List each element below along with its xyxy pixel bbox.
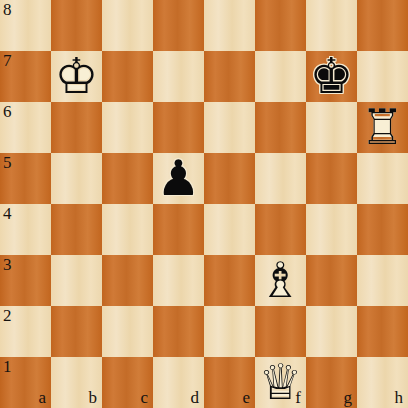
- piece-white-bishop-f3[interactable]: ♝♗: [255, 255, 306, 306]
- square-c5[interactable]: [102, 153, 153, 204]
- square-g5[interactable]: [306, 153, 357, 204]
- square-e7[interactable]: [204, 51, 255, 102]
- square-h2[interactable]: [357, 306, 408, 357]
- square-f6[interactable]: [255, 102, 306, 153]
- square-e5[interactable]: [204, 153, 255, 204]
- square-e3[interactable]: [204, 255, 255, 306]
- square-g2[interactable]: [306, 306, 357, 357]
- square-a3[interactable]: [0, 255, 51, 306]
- square-f5[interactable]: [255, 153, 306, 204]
- square-h1[interactable]: [357, 357, 408, 408]
- square-f2[interactable]: [255, 306, 306, 357]
- square-c4[interactable]: [102, 204, 153, 255]
- piece-black-king-g7[interactable]: ♚: [306, 51, 357, 102]
- piece-white-rook-h6[interactable]: ♜♖: [357, 102, 408, 153]
- square-g3[interactable]: [306, 255, 357, 306]
- square-f7[interactable]: [255, 51, 306, 102]
- square-e4[interactable]: [204, 204, 255, 255]
- chess-board-grid: ♚♔♚♜♖♟♝♗♛♕: [0, 0, 408, 408]
- square-g8[interactable]: [306, 0, 357, 51]
- square-b3[interactable]: [51, 255, 102, 306]
- square-g1[interactable]: [306, 357, 357, 408]
- black-pawn-glyph: ♟: [153, 153, 204, 204]
- square-b6[interactable]: [51, 102, 102, 153]
- square-f8[interactable]: [255, 0, 306, 51]
- square-h6[interactable]: ♜♖: [357, 102, 408, 153]
- square-h5[interactable]: [357, 153, 408, 204]
- square-a6[interactable]: [0, 102, 51, 153]
- white-queen-glyph-fill: ♛: [255, 357, 306, 408]
- black-king-glyph: ♚: [306, 51, 357, 102]
- square-d7[interactable]: [153, 51, 204, 102]
- white-rook-glyph-fill: ♜: [357, 102, 408, 153]
- square-a1[interactable]: [0, 357, 51, 408]
- square-d1[interactable]: [153, 357, 204, 408]
- piece-white-king-b7[interactable]: ♚♔: [51, 51, 102, 102]
- square-d8[interactable]: [153, 0, 204, 51]
- square-b4[interactable]: [51, 204, 102, 255]
- square-b1[interactable]: [51, 357, 102, 408]
- square-d3[interactable]: [153, 255, 204, 306]
- square-f3[interactable]: ♝♗: [255, 255, 306, 306]
- square-a7[interactable]: [0, 51, 51, 102]
- white-bishop-glyph-fill: ♝: [255, 255, 306, 306]
- square-e1[interactable]: [204, 357, 255, 408]
- chess-board: ♚♔♚♜♖♟♝♗♛♕ 87654321abcdefgh: [0, 0, 408, 408]
- square-b5[interactable]: [51, 153, 102, 204]
- white-king-glyph-fill: ♚: [51, 51, 102, 102]
- square-c3[interactable]: [102, 255, 153, 306]
- square-h7[interactable]: [357, 51, 408, 102]
- square-c6[interactable]: [102, 102, 153, 153]
- white-bishop-glyph-outline: ♗: [255, 255, 306, 306]
- square-d5[interactable]: ♟: [153, 153, 204, 204]
- square-h3[interactable]: [357, 255, 408, 306]
- square-c2[interactable]: [102, 306, 153, 357]
- white-queen-glyph-outline: ♕: [255, 357, 306, 408]
- square-g7[interactable]: ♚: [306, 51, 357, 102]
- piece-black-pawn-d5[interactable]: ♟: [153, 153, 204, 204]
- piece-white-queen-f1[interactable]: ♛♕: [255, 357, 306, 408]
- square-c8[interactable]: [102, 0, 153, 51]
- square-d4[interactable]: [153, 204, 204, 255]
- square-a2[interactable]: [0, 306, 51, 357]
- square-b7[interactable]: ♚♔: [51, 51, 102, 102]
- square-h4[interactable]: [357, 204, 408, 255]
- square-c1[interactable]: [102, 357, 153, 408]
- square-h8[interactable]: [357, 0, 408, 51]
- square-b8[interactable]: [51, 0, 102, 51]
- square-e2[interactable]: [204, 306, 255, 357]
- square-e8[interactable]: [204, 0, 255, 51]
- square-d2[interactable]: [153, 306, 204, 357]
- square-a5[interactable]: [0, 153, 51, 204]
- square-f1[interactable]: ♛♕: [255, 357, 306, 408]
- square-a4[interactable]: [0, 204, 51, 255]
- square-a8[interactable]: [0, 0, 51, 51]
- square-g6[interactable]: [306, 102, 357, 153]
- square-g4[interactable]: [306, 204, 357, 255]
- white-rook-glyph-outline: ♖: [357, 102, 408, 153]
- square-e6[interactable]: [204, 102, 255, 153]
- square-f4[interactable]: [255, 204, 306, 255]
- square-d6[interactable]: [153, 102, 204, 153]
- square-c7[interactable]: [102, 51, 153, 102]
- square-b2[interactable]: [51, 306, 102, 357]
- white-king-glyph-outline: ♔: [51, 51, 102, 102]
